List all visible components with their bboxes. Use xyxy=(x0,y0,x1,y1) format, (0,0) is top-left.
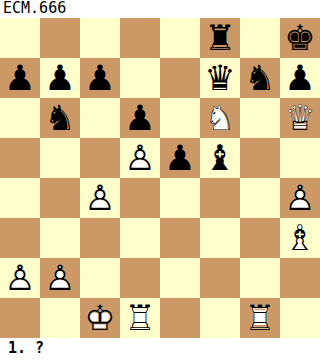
square-b8[interactable] xyxy=(40,18,80,58)
black-pawn-icon: ♟ xyxy=(280,58,320,98)
square-g7[interactable]: ♞ xyxy=(240,58,280,98)
square-g4[interactable] xyxy=(240,178,280,218)
square-d7[interactable] xyxy=(120,58,160,98)
square-h4[interactable]: ♟♙ xyxy=(280,178,320,218)
square-g5[interactable] xyxy=(240,138,280,178)
square-a5[interactable] xyxy=(0,138,40,178)
white-rook-icon: ♜♖ xyxy=(120,298,160,338)
square-a8[interactable] xyxy=(0,18,40,58)
white-pawn-icon: ♟♙ xyxy=(40,258,80,298)
square-c2[interactable] xyxy=(80,258,120,298)
square-a7[interactable]: ♟ xyxy=(0,58,40,98)
square-d5[interactable]: ♟♙ xyxy=(120,138,160,178)
square-d3[interactable] xyxy=(120,218,160,258)
square-e5[interactable]: ♟ xyxy=(160,138,200,178)
square-c7[interactable]: ♟ xyxy=(80,58,120,98)
square-h1[interactable] xyxy=(280,298,320,338)
square-c4[interactable]: ♟♙ xyxy=(80,178,120,218)
square-e6[interactable] xyxy=(160,98,200,138)
white-king-icon: ♚♔ xyxy=(80,298,120,338)
white-pawn-icon: ♟♙ xyxy=(120,138,160,178)
chess-puzzle-window: ECM.666 ♜♚♟♟♟♛♞♟♞♟♞♘♛♕♟♙♟♝♟♙♟♙♝♗♟♙♟♙♚♔♜♖… xyxy=(0,0,320,360)
square-b5[interactable] xyxy=(40,138,80,178)
square-c8[interactable] xyxy=(80,18,120,58)
square-g2[interactable] xyxy=(240,258,280,298)
square-a2[interactable]: ♟♙ xyxy=(0,258,40,298)
black-pawn-icon: ♟ xyxy=(160,138,200,178)
square-e1[interactable] xyxy=(160,298,200,338)
square-b7[interactable]: ♟ xyxy=(40,58,80,98)
square-b4[interactable] xyxy=(40,178,80,218)
square-d1[interactable]: ♜♖ xyxy=(120,298,160,338)
black-rook-icon: ♜ xyxy=(200,18,240,58)
move-prompt: 1. ? xyxy=(0,338,320,360)
white-pawn-icon: ♟♙ xyxy=(280,178,320,218)
black-pawn-icon: ♟ xyxy=(80,58,120,98)
square-b1[interactable] xyxy=(40,298,80,338)
black-king-icon: ♚ xyxy=(280,18,320,58)
square-f5[interactable]: ♝ xyxy=(200,138,240,178)
white-rook-icon: ♜♖ xyxy=(240,298,280,338)
square-d6[interactable]: ♟ xyxy=(120,98,160,138)
square-h8[interactable]: ♚ xyxy=(280,18,320,58)
square-c3[interactable] xyxy=(80,218,120,258)
black-knight-icon: ♞ xyxy=(40,98,80,138)
square-h6[interactable]: ♛♕ xyxy=(280,98,320,138)
square-c1[interactable]: ♚♔ xyxy=(80,298,120,338)
square-a3[interactable] xyxy=(0,218,40,258)
square-h5[interactable] xyxy=(280,138,320,178)
square-e4[interactable] xyxy=(160,178,200,218)
white-pawn-icon: ♟♙ xyxy=(80,178,120,218)
square-a6[interactable] xyxy=(0,98,40,138)
square-d2[interactable] xyxy=(120,258,160,298)
square-f3[interactable] xyxy=(200,218,240,258)
square-d8[interactable] xyxy=(120,18,160,58)
square-c5[interactable] xyxy=(80,138,120,178)
page-title: ECM.666 xyxy=(0,0,320,18)
white-knight-icon: ♞♘ xyxy=(200,98,240,138)
square-d4[interactable] xyxy=(120,178,160,218)
square-f7[interactable]: ♛ xyxy=(200,58,240,98)
white-pawn-icon: ♟♙ xyxy=(0,258,40,298)
square-e8[interactable] xyxy=(160,18,200,58)
square-h7[interactable]: ♟ xyxy=(280,58,320,98)
square-f6[interactable]: ♞♘ xyxy=(200,98,240,138)
square-g3[interactable] xyxy=(240,218,280,258)
square-b6[interactable]: ♞ xyxy=(40,98,80,138)
square-f8[interactable]: ♜ xyxy=(200,18,240,58)
square-b2[interactable]: ♟♙ xyxy=(40,258,80,298)
square-f1[interactable] xyxy=(200,298,240,338)
square-f4[interactable] xyxy=(200,178,240,218)
chess-board: ♜♚♟♟♟♛♞♟♞♟♞♘♛♕♟♙♟♝♟♙♟♙♝♗♟♙♟♙♚♔♜♖♜♖ xyxy=(0,18,320,338)
black-queen-icon: ♛ xyxy=(200,58,240,98)
square-f2[interactable] xyxy=(200,258,240,298)
black-pawn-icon: ♟ xyxy=(120,98,160,138)
square-h2[interactable] xyxy=(280,258,320,298)
square-g8[interactable] xyxy=(240,18,280,58)
square-e3[interactable] xyxy=(160,218,200,258)
square-g6[interactable] xyxy=(240,98,280,138)
square-c6[interactable] xyxy=(80,98,120,138)
square-g1[interactable]: ♜♖ xyxy=(240,298,280,338)
black-pawn-icon: ♟ xyxy=(40,58,80,98)
square-a1[interactable] xyxy=(0,298,40,338)
square-e7[interactable] xyxy=(160,58,200,98)
white-queen-icon: ♛♕ xyxy=(280,98,320,138)
white-bishop-icon: ♝♗ xyxy=(280,218,320,258)
black-pawn-icon: ♟ xyxy=(0,58,40,98)
square-b3[interactable] xyxy=(40,218,80,258)
square-a4[interactable] xyxy=(0,178,40,218)
square-e2[interactable] xyxy=(160,258,200,298)
black-bishop-icon: ♝ xyxy=(200,138,240,178)
square-h3[interactable]: ♝♗ xyxy=(280,218,320,258)
black-knight-icon: ♞ xyxy=(240,58,280,98)
